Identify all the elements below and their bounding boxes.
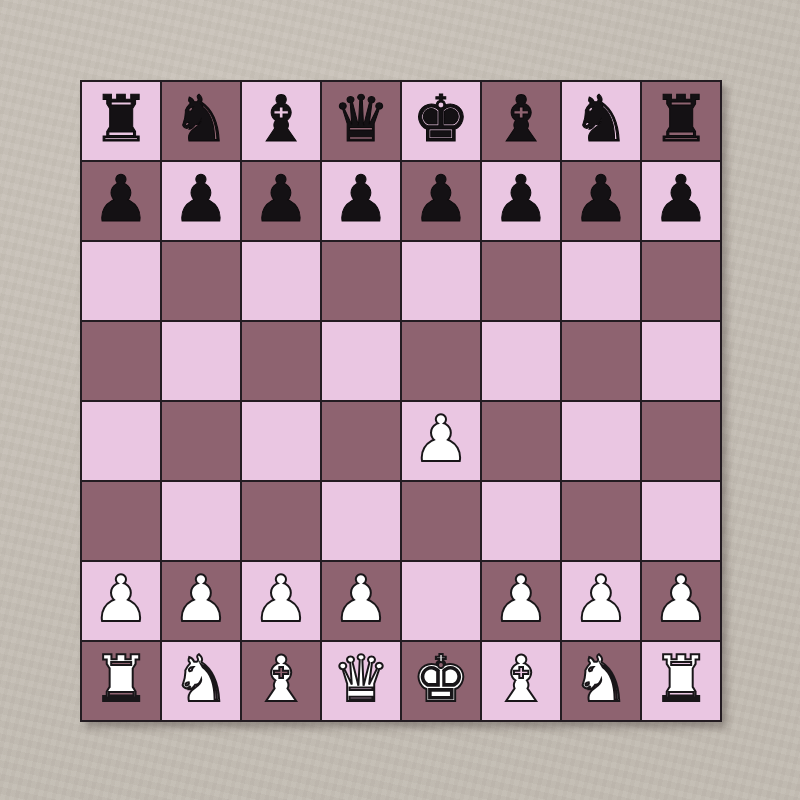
square-a1[interactable]: ♜ [81,641,161,721]
square-g6[interactable] [561,241,641,321]
square-h6[interactable] [641,241,721,321]
white-knight[interactable]: ♞ [172,647,229,711]
black-pawn[interactable]: ♟ [172,167,229,231]
square-c2[interactable]: ♟ [241,561,321,641]
black-queen[interactable]: ♛ [332,87,389,151]
black-bishop[interactable]: ♝ [252,87,309,151]
square-c7[interactable]: ♟ [241,161,321,241]
square-e1[interactable]: ♚ [401,641,481,721]
square-d2[interactable]: ♟ [321,561,401,641]
square-e8[interactable]: ♚ [401,81,481,161]
square-c5[interactable] [241,321,321,401]
square-b2[interactable]: ♟ [161,561,241,641]
white-pawn[interactable]: ♟ [332,567,389,631]
square-e6[interactable] [401,241,481,321]
square-g5[interactable] [561,321,641,401]
square-d7[interactable]: ♟ [321,161,401,241]
white-queen[interactable]: ♛ [332,647,389,711]
square-c3[interactable] [241,481,321,561]
square-f6[interactable] [481,241,561,321]
square-g3[interactable] [561,481,641,561]
black-rook[interactable]: ♜ [652,87,709,151]
square-f2[interactable]: ♟ [481,561,561,641]
square-a7[interactable]: ♟ [81,161,161,241]
square-f1[interactable]: ♝ [481,641,561,721]
square-c6[interactable] [241,241,321,321]
black-pawn[interactable]: ♟ [92,167,149,231]
square-h3[interactable] [641,481,721,561]
page-background: ♜♞♝♛♚♝♞♜♟♟♟♟♟♟♟♟♟♟♟♟♟♟♟♟♜♞♝♛♚♝♞♜ [0,0,800,800]
square-a8[interactable]: ♜ [81,81,161,161]
square-d4[interactable] [321,401,401,481]
square-b7[interactable]: ♟ [161,161,241,241]
white-pawn[interactable]: ♟ [572,567,629,631]
square-b8[interactable]: ♞ [161,81,241,161]
white-knight[interactable]: ♞ [572,647,629,711]
square-b5[interactable] [161,321,241,401]
square-d1[interactable]: ♛ [321,641,401,721]
white-bishop[interactable]: ♝ [492,647,549,711]
square-f3[interactable] [481,481,561,561]
white-pawn[interactable]: ♟ [492,567,549,631]
square-b3[interactable] [161,481,241,561]
white-king[interactable]: ♚ [412,647,469,711]
square-g8[interactable]: ♞ [561,81,641,161]
black-bishop[interactable]: ♝ [492,87,549,151]
square-e4[interactable]: ♟ [401,401,481,481]
black-knight[interactable]: ♞ [172,87,229,151]
white-rook[interactable]: ♜ [92,647,149,711]
square-f7[interactable]: ♟ [481,161,561,241]
square-a3[interactable] [81,481,161,561]
black-rook[interactable]: ♜ [92,87,149,151]
square-c4[interactable] [241,401,321,481]
square-d5[interactable] [321,321,401,401]
black-knight[interactable]: ♞ [572,87,629,151]
black-pawn[interactable]: ♟ [572,167,629,231]
black-pawn[interactable]: ♟ [492,167,549,231]
black-pawn[interactable]: ♟ [412,167,469,231]
square-a4[interactable] [81,401,161,481]
square-a5[interactable] [81,321,161,401]
square-h7[interactable]: ♟ [641,161,721,241]
square-h8[interactable]: ♜ [641,81,721,161]
square-f5[interactable] [481,321,561,401]
square-h4[interactable] [641,401,721,481]
square-b1[interactable]: ♞ [161,641,241,721]
square-e5[interactable] [401,321,481,401]
white-pawn[interactable]: ♟ [412,407,469,471]
square-c8[interactable]: ♝ [241,81,321,161]
square-e2[interactable] [401,561,481,641]
white-rook[interactable]: ♜ [652,647,709,711]
square-b4[interactable] [161,401,241,481]
white-pawn[interactable]: ♟ [652,567,709,631]
square-b6[interactable] [161,241,241,321]
square-h1[interactable]: ♜ [641,641,721,721]
square-g7[interactable]: ♟ [561,161,641,241]
square-d8[interactable]: ♛ [321,81,401,161]
square-g2[interactable]: ♟ [561,561,641,641]
square-d3[interactable] [321,481,401,561]
black-pawn[interactable]: ♟ [252,167,309,231]
square-h5[interactable] [641,321,721,401]
square-a6[interactable] [81,241,161,321]
square-h2[interactable]: ♟ [641,561,721,641]
white-pawn[interactable]: ♟ [252,567,309,631]
square-e7[interactable]: ♟ [401,161,481,241]
square-g1[interactable]: ♞ [561,641,641,721]
black-pawn[interactable]: ♟ [652,167,709,231]
white-bishop[interactable]: ♝ [252,647,309,711]
square-d6[interactable] [321,241,401,321]
square-a2[interactable]: ♟ [81,561,161,641]
square-f8[interactable]: ♝ [481,81,561,161]
white-pawn[interactable]: ♟ [172,567,229,631]
square-g4[interactable] [561,401,641,481]
chess-board: ♜♞♝♛♚♝♞♜♟♟♟♟♟♟♟♟♟♟♟♟♟♟♟♟♜♞♝♛♚♝♞♜ [80,80,722,722]
square-c1[interactable]: ♝ [241,641,321,721]
square-f4[interactable] [481,401,561,481]
square-e3[interactable] [401,481,481,561]
white-pawn[interactable]: ♟ [92,567,149,631]
black-king[interactable]: ♚ [412,87,469,151]
black-pawn[interactable]: ♟ [332,167,389,231]
